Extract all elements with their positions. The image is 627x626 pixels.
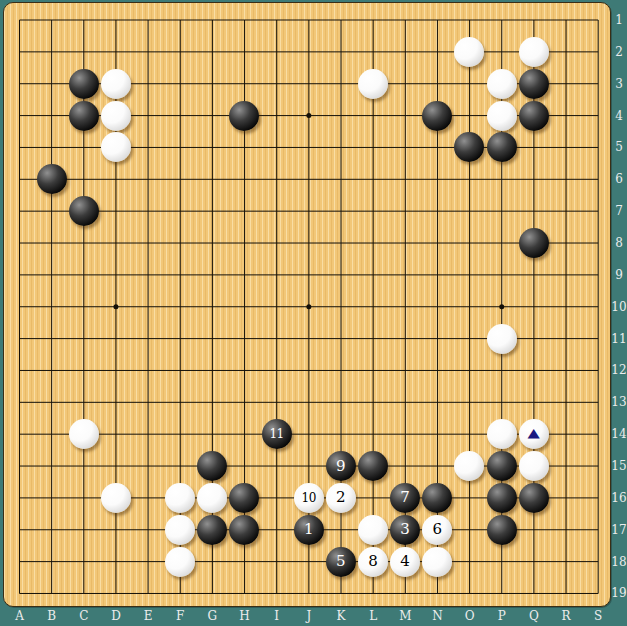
intersection-F16[interactable]: [164, 482, 196, 514]
white-stone-L18[interactable]: 8: [358, 547, 388, 577]
move-number-1: 1: [304, 522, 314, 537]
white-stone-Q14[interactable]: ▲: [519, 419, 549, 449]
row-label-8: 8: [611, 236, 627, 250]
intersection-P3[interactable]: [486, 68, 518, 100]
move-number-3: 3: [400, 522, 410, 537]
column-label-R: R: [556, 609, 576, 624]
row-label-16: 16: [611, 491, 627, 505]
intersection-M18[interactable]: 4: [389, 546, 421, 578]
black-stone-H17[interactable]: [229, 515, 259, 545]
intersection-D3[interactable]: [100, 68, 132, 100]
intersection-C4[interactable]: [68, 100, 100, 132]
black-stone-C4[interactable]: [69, 101, 99, 131]
intersection-P5[interactable]: [486, 132, 518, 164]
row-label-5: 5: [611, 140, 627, 154]
intersection-P17[interactable]: [486, 514, 518, 546]
intersection-P14[interactable]: [486, 418, 518, 450]
intersection-Q14[interactable]: ▲: [518, 418, 550, 450]
intersection-P4[interactable]: [486, 100, 518, 132]
white-stone-K16[interactable]: 2: [326, 483, 356, 513]
intersection-N17[interactable]: 6: [421, 514, 453, 546]
black-stone-P17[interactable]: [487, 515, 517, 545]
intersection-H17[interactable]: [228, 514, 260, 546]
column-label-L: L: [363, 609, 383, 624]
black-stone-H16[interactable]: [229, 483, 259, 513]
black-stone-B6[interactable]: [37, 164, 67, 194]
intersection-J17[interactable]: 1: [293, 514, 325, 546]
move-number-4: 4: [400, 554, 410, 569]
intersection-K16[interactable]: 2: [325, 482, 357, 514]
column-label-A: A: [10, 609, 30, 624]
column-label-N: N: [427, 609, 447, 624]
intersection-B6[interactable]: [36, 163, 68, 195]
column-label-Q: Q: [524, 609, 544, 624]
white-stone-J16[interactable]: 10: [294, 483, 324, 513]
white-stone-P3[interactable]: [487, 69, 517, 99]
intersection-N18[interactable]: [421, 546, 453, 578]
black-stone-K15[interactable]: 9: [326, 451, 356, 481]
row-label-2: 2: [611, 45, 627, 59]
column-label-F: F: [170, 609, 190, 624]
move-number-2: 2: [336, 490, 346, 505]
white-stone-F17[interactable]: [165, 515, 195, 545]
column-label-M: M: [395, 609, 415, 624]
white-stone-P14[interactable]: [487, 419, 517, 449]
intersection-L3[interactable]: [357, 68, 389, 100]
intersection-Q4[interactable]: [518, 100, 550, 132]
intersection-D5[interactable]: [100, 132, 132, 164]
move-number-10: 10: [302, 492, 316, 504]
white-stone-Q15[interactable]: [519, 451, 549, 481]
column-label-D: D: [106, 609, 126, 624]
intersection-M16[interactable]: 7: [389, 482, 421, 514]
white-stone-D4[interactable]: [101, 101, 131, 131]
row-label-10: 10: [611, 300, 627, 314]
white-stone-N17[interactable]: 6: [422, 515, 452, 545]
black-stone-N4[interactable]: [422, 101, 452, 131]
move-number-8: 8: [368, 554, 378, 569]
intersection-P16[interactable]: [486, 482, 518, 514]
intersection-L15[interactable]: [357, 450, 389, 482]
move-number-5: 5: [336, 554, 346, 569]
black-stone-Q3[interactable]: [519, 69, 549, 99]
white-stone-L17[interactable]: [358, 515, 388, 545]
intersection-H16[interactable]: [228, 482, 260, 514]
white-stone-P4[interactable]: [487, 101, 517, 131]
column-label-J: J: [299, 609, 319, 624]
move-number-7: 7: [400, 490, 410, 505]
row-label-14: 14: [611, 427, 627, 441]
intersection-C7[interactable]: [68, 195, 100, 227]
row-label-15: 15: [611, 459, 627, 473]
black-stone-Q16[interactable]: [519, 483, 549, 513]
white-stone-O2[interactable]: [454, 37, 484, 67]
intersection-O15[interactable]: [453, 450, 485, 482]
intersection-K18[interactable]: 5: [325, 546, 357, 578]
intersection-Q16[interactable]: [518, 482, 550, 514]
row-label-3: 3: [611, 77, 627, 91]
white-stone-F16[interactable]: [165, 483, 195, 513]
white-stone-P11[interactable]: [487, 324, 517, 354]
row-label-4: 4: [611, 109, 627, 123]
intersection-D16[interactable]: [100, 482, 132, 514]
white-stone-G16[interactable]: [197, 483, 227, 513]
intersection-D4[interactable]: [100, 100, 132, 132]
black-stone-K18[interactable]: 5: [326, 547, 356, 577]
row-label-9: 9: [611, 268, 627, 282]
black-stone-C3[interactable]: [69, 69, 99, 99]
column-label-O: O: [460, 609, 480, 624]
black-stone-M17[interactable]: 3: [390, 515, 420, 545]
row-label-11: 11: [611, 332, 627, 346]
column-label-I: I: [267, 609, 287, 624]
intersection-P11[interactable]: [486, 323, 518, 355]
intersection-L17[interactable]: [357, 514, 389, 546]
intersection-I14[interactable]: 11: [261, 418, 293, 450]
black-stone-P5[interactable]: [487, 132, 517, 162]
black-stone-Q4[interactable]: [519, 101, 549, 131]
white-stone-D3[interactable]: [101, 69, 131, 99]
row-label-17: 17: [611, 523, 627, 537]
white-stone-L3[interactable]: [358, 69, 388, 99]
intersection-K15[interactable]: 9: [325, 450, 357, 482]
row-label-13: 13: [611, 395, 627, 409]
intersection-Q2[interactable]: [518, 36, 550, 68]
intersection-P15[interactable]: [486, 450, 518, 482]
intersection-G17[interactable]: [196, 514, 228, 546]
white-stone-N18[interactable]: [422, 547, 452, 577]
intersection-O2[interactable]: [453, 36, 485, 68]
intersection-C14[interactable]: [68, 418, 100, 450]
black-stone-N16[interactable]: [422, 483, 452, 513]
white-stone-C14[interactable]: [69, 419, 99, 449]
intersection-N4[interactable]: [421, 100, 453, 132]
intersection-Q15[interactable]: [518, 450, 550, 482]
white-stone-M18[interactable]: 4: [390, 547, 420, 577]
column-label-B: B: [42, 609, 62, 624]
row-label-18: 18: [611, 555, 627, 569]
intersection-G16[interactable]: [196, 482, 228, 514]
row-label-19: 19: [611, 586, 627, 600]
black-stone-G15[interactable]: [197, 451, 227, 481]
white-stone-D5[interactable]: [101, 132, 131, 162]
intersection-F17[interactable]: [164, 514, 196, 546]
black-stone-P16[interactable]: [487, 483, 517, 513]
intersection-N16[interactable]: [421, 482, 453, 514]
black-stone-L15[interactable]: [358, 451, 388, 481]
intersection-L18[interactable]: 8: [357, 546, 389, 578]
intersection-F18[interactable]: [164, 546, 196, 578]
black-stone-H4[interactable]: [229, 101, 259, 131]
black-stone-P15[interactable]: [487, 451, 517, 481]
move-number-6: 6: [433, 522, 443, 537]
black-stone-O5[interactable]: [454, 132, 484, 162]
column-label-K: K: [331, 609, 351, 624]
black-stone-I14[interactable]: 11: [262, 419, 292, 449]
black-stone-Q8[interactable]: [519, 228, 549, 258]
intersection-Q3[interactable]: [518, 68, 550, 100]
intersection-Q8[interactable]: [518, 227, 550, 259]
move-number-9: 9: [336, 459, 346, 474]
move-number-11: 11: [269, 428, 283, 440]
board-intersections[interactable]: 11▲91027136584: [3, 4, 614, 609]
white-stone-Q2[interactable]: [519, 37, 549, 67]
triangle-marker-icon: ▲: [528, 427, 540, 439]
row-label-12: 12: [611, 363, 627, 377]
intersection-G15[interactable]: [196, 450, 228, 482]
intersection-H4[interactable]: [228, 100, 260, 132]
go-app-frame: 11▲91027136584 ABCDEFGHIJKLMNOPQRS 12345…: [0, 0, 627, 626]
white-stone-O15[interactable]: [454, 451, 484, 481]
black-stone-C7[interactable]: [69, 196, 99, 226]
black-stone-J17[interactable]: 1: [294, 515, 324, 545]
column-label-G: G: [202, 609, 222, 624]
intersection-C3[interactable]: [68, 68, 100, 100]
white-stone-F18[interactable]: [165, 547, 195, 577]
black-stone-M16[interactable]: 7: [390, 483, 420, 513]
column-label-S: S: [588, 609, 608, 624]
row-label-6: 6: [611, 172, 627, 186]
column-label-C: C: [74, 609, 94, 624]
black-stone-G17[interactable]: [197, 515, 227, 545]
intersection-O5[interactable]: [453, 132, 485, 164]
column-label-H: H: [235, 609, 255, 624]
row-label-7: 7: [611, 204, 627, 218]
column-label-E: E: [138, 609, 158, 624]
column-label-P: P: [492, 609, 512, 624]
intersection-J16[interactable]: 10: [293, 482, 325, 514]
white-stone-D16[interactable]: [101, 483, 131, 513]
intersection-M17[interactable]: 3: [389, 514, 421, 546]
row-label-1: 1: [611, 13, 627, 27]
